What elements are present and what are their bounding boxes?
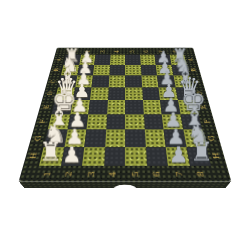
square-f1: ♝ bbox=[48, 114, 70, 129]
square-h4 bbox=[104, 147, 125, 166]
square-d3 bbox=[90, 87, 108, 100]
file-label-right-f: F bbox=[203, 119, 212, 123]
square-f4 bbox=[106, 114, 125, 129]
square-h5 bbox=[125, 147, 146, 166]
square-e5 bbox=[125, 100, 143, 114]
rank-label-near-1: 1 bbox=[43, 171, 53, 176]
piece-white-rook-a1: ♜ bbox=[64, 46, 79, 64]
file-label-right-d: D bbox=[196, 91, 204, 95]
file-label-left-d: D bbox=[46, 91, 54, 95]
square-f3 bbox=[86, 114, 106, 129]
file-label-left-a: A bbox=[56, 58, 63, 61]
square-g1: ♞ bbox=[44, 130, 67, 147]
square-g5 bbox=[125, 130, 145, 147]
square-c2: ♟ bbox=[75, 75, 93, 87]
piece-white-bishop-f1: ♝ bbox=[48, 104, 67, 129]
square-f2: ♟ bbox=[67, 114, 88, 129]
piece-white-pawn-a2: ♟ bbox=[79, 49, 94, 65]
square-a6 bbox=[140, 55, 156, 65]
square-a2: ♟ bbox=[79, 55, 96, 65]
square-f6 bbox=[143, 114, 163, 129]
piece-black-rook-a8: ♜ bbox=[171, 46, 186, 64]
file-label-right-e: E bbox=[199, 105, 207, 109]
square-g4 bbox=[105, 130, 125, 147]
rank-label-far-6: 6 bbox=[144, 50, 150, 52]
square-h8: ♜ bbox=[186, 147, 211, 166]
square-g3 bbox=[84, 130, 105, 147]
piece-white-pawn-h2: ♟ bbox=[61, 144, 82, 166]
square-h7: ♟ bbox=[166, 147, 190, 166]
square-g6 bbox=[144, 130, 165, 147]
piece-white-king-e1: ♚ bbox=[52, 86, 70, 114]
square-d5 bbox=[125, 87, 143, 100]
rank-label-near-3: 3 bbox=[87, 171, 96, 176]
file-label-right-g: G bbox=[207, 135, 216, 140]
square-b8: ♞ bbox=[171, 65, 189, 76]
file-label-right-h: H bbox=[211, 153, 221, 160]
square-e1: ♚ bbox=[52, 100, 73, 114]
square-b6 bbox=[140, 65, 157, 76]
file-label-right-c: C bbox=[193, 79, 200, 83]
file-label-left-h: H bbox=[29, 153, 39, 160]
file-label-left-f: F bbox=[38, 119, 47, 123]
file-label-left-e: E bbox=[43, 105, 51, 109]
square-c4 bbox=[108, 75, 125, 87]
rank-label-near-5: 5 bbox=[132, 171, 141, 176]
square-a5 bbox=[125, 55, 140, 65]
square-h2: ♟ bbox=[61, 147, 85, 166]
rank-label-near-2: 2 bbox=[65, 171, 75, 176]
board-front-edge-notch bbox=[19, 181, 232, 188]
square-a4 bbox=[110, 55, 125, 65]
rank-label-far-4: 4 bbox=[115, 50, 121, 52]
rank-label-near-6: 6 bbox=[153, 171, 162, 176]
square-a8: ♜ bbox=[169, 55, 186, 65]
piece-black-pawn-d7: ♟ bbox=[160, 82, 178, 100]
square-b3 bbox=[93, 65, 110, 76]
square-g2: ♟ bbox=[64, 130, 86, 147]
board-scene: ♜♟♟♜♞♟♟♞♝♟♟♝♛♟♟♛♚♟♟♚♝♟♟♝♞♟♟♞♜♟♟♜ AABBCCD… bbox=[0, 0, 250, 250]
square-b5 bbox=[125, 65, 141, 76]
rank-label-near-4: 4 bbox=[110, 171, 119, 176]
square-e8: ♚ bbox=[178, 100, 199, 114]
rank-label-near-8: 8 bbox=[197, 171, 207, 176]
square-c6 bbox=[141, 75, 158, 87]
square-d1: ♛ bbox=[55, 87, 75, 100]
square-e6 bbox=[143, 100, 162, 114]
square-f5 bbox=[125, 114, 144, 129]
rank-label-far-7: 7 bbox=[158, 50, 164, 52]
rank-label-far-8: 8 bbox=[173, 50, 179, 52]
file-label-right-a: A bbox=[187, 58, 194, 61]
file-label-left-g: G bbox=[34, 135, 43, 140]
rank-label-near-7: 7 bbox=[175, 171, 185, 176]
square-f8: ♝ bbox=[180, 114, 202, 129]
square-c5 bbox=[125, 75, 142, 87]
rank-label-far-5: 5 bbox=[129, 50, 135, 52]
square-b4 bbox=[109, 65, 125, 76]
square-h6 bbox=[145, 147, 168, 166]
square-e3 bbox=[88, 100, 107, 114]
file-label-left-c: C bbox=[50, 79, 57, 83]
piece-white-pawn-d2: ♟ bbox=[73, 82, 91, 100]
product-photo-canvas: ♜♟♟♜♞♟♟♞♝♟♟♝♛♟♟♛♚♟♟♚♝♟♟♝♞♟♟♞♜♟♟♜ AABBCCD… bbox=[0, 0, 250, 250]
square-h3 bbox=[82, 147, 105, 166]
file-label-right-b: B bbox=[190, 68, 197, 71]
square-g8: ♞ bbox=[183, 130, 206, 147]
piece-black-pawn-g7: ♟ bbox=[166, 126, 186, 147]
rank-label-far-1: 1 bbox=[71, 50, 77, 52]
file-label-left-b: B bbox=[53, 68, 60, 71]
square-d6 bbox=[142, 87, 160, 100]
square-c8: ♝ bbox=[173, 75, 192, 87]
square-a3 bbox=[94, 55, 110, 65]
piece-black-king-e8: ♚ bbox=[180, 86, 198, 114]
square-d4 bbox=[108, 87, 126, 100]
chess-board: ♜♟♟♜♞♟♟♞♝♟♟♝♛♟♟♛♚♟♟♚♝♟♟♝♞♟♟♞♜♟♟♜ AABBCCD… bbox=[19, 48, 232, 182]
piece-black-bishop-f8: ♝ bbox=[183, 104, 202, 129]
square-e2: ♟ bbox=[70, 100, 90, 114]
piece-white-pawn-g2: ♟ bbox=[64, 126, 84, 147]
square-d2: ♟ bbox=[73, 87, 92, 100]
chess-board-squares: ♜♟♟♜♞♟♟♞♝♟♟♝♛♟♟♛♚♟♟♚♝♟♟♝♞♟♟♞♜♟♟♜ bbox=[39, 55, 211, 166]
rank-label-far-2: 2 bbox=[86, 50, 92, 52]
square-d8: ♛ bbox=[175, 87, 195, 100]
square-c3 bbox=[92, 75, 109, 87]
rank-label-far-3: 3 bbox=[100, 50, 106, 52]
square-b2: ♟ bbox=[77, 65, 94, 76]
square-e4 bbox=[107, 100, 125, 114]
